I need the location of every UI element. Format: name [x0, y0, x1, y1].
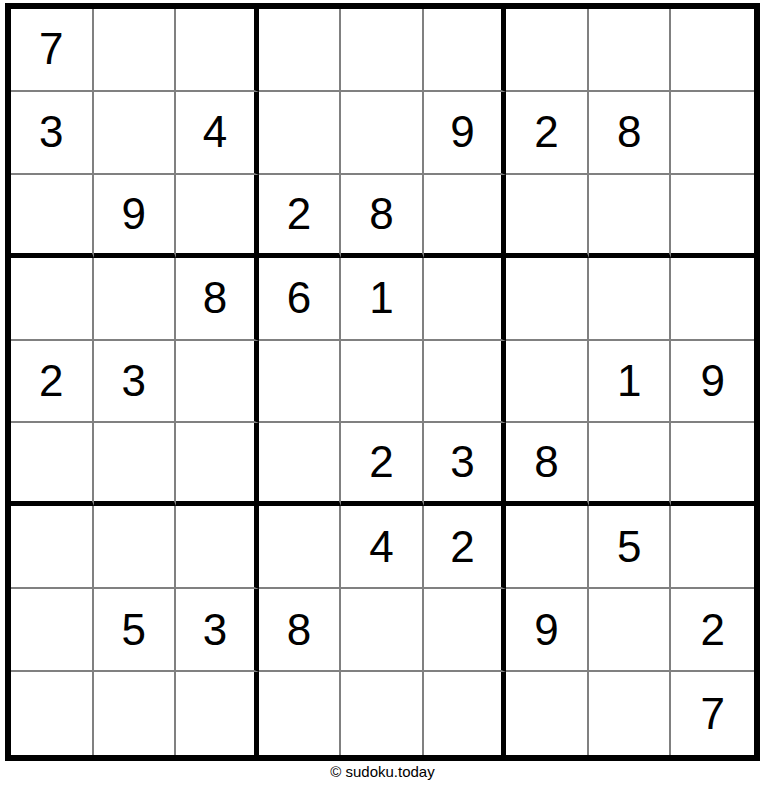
cell-r7c4[interactable]: [259, 506, 342, 589]
cell-r5c4[interactable]: [259, 341, 342, 424]
cell-r7c6[interactable]: 2: [424, 506, 507, 589]
cell-r8c5[interactable]: [341, 589, 424, 672]
given-digit: 5: [122, 608, 146, 652]
cell-r1c3[interactable]: [176, 9, 259, 92]
cell-r3c5[interactable]: 8: [341, 175, 424, 258]
cell-r4c7[interactable]: [506, 258, 589, 341]
given-digit: 3: [450, 440, 474, 484]
cell-r9c3[interactable]: [176, 672, 259, 755]
cell-r8c3[interactable]: 3: [176, 589, 259, 672]
sudoku-board: 7349289288612319238425538927: [5, 3, 760, 761]
cell-r1c8[interactable]: [589, 9, 672, 92]
cell-r5c5[interactable]: [341, 341, 424, 424]
cell-r1c7[interactable]: [506, 9, 589, 92]
cell-r4c3[interactable]: 8: [176, 258, 259, 341]
cell-r7c5[interactable]: 4: [341, 506, 424, 589]
cell-r7c3[interactable]: [176, 506, 259, 589]
cell-r3c1[interactable]: [11, 175, 94, 258]
given-digit: 4: [369, 525, 393, 569]
cell-r6c9[interactable]: [671, 423, 754, 506]
given-digit: 8: [617, 110, 641, 154]
cell-r4c9[interactable]: [671, 258, 754, 341]
cell-r9c9[interactable]: 7: [671, 672, 754, 755]
cell-r9c8[interactable]: [589, 672, 672, 755]
cell-r7c7[interactable]: [506, 506, 589, 589]
given-digit: 4: [203, 110, 227, 154]
cell-r3c3[interactable]: [176, 175, 259, 258]
cell-r2c1[interactable]: 3: [11, 92, 94, 175]
given-digit: 7: [700, 692, 724, 736]
cell-r4c2[interactable]: [94, 258, 177, 341]
given-digit: 1: [617, 359, 641, 403]
cell-r5c3[interactable]: [176, 341, 259, 424]
cell-r1c1[interactable]: 7: [11, 9, 94, 92]
cell-r2c4[interactable]: [259, 92, 342, 175]
cell-r9c5[interactable]: [341, 672, 424, 755]
cell-r5c2[interactable]: 3: [94, 341, 177, 424]
cell-r9c2[interactable]: [94, 672, 177, 755]
given-digit: 2: [700, 608, 724, 652]
cell-r6c3[interactable]: [176, 423, 259, 506]
cell-r4c8[interactable]: [589, 258, 672, 341]
cell-r8c2[interactable]: 5: [94, 589, 177, 672]
given-digit: 2: [450, 525, 474, 569]
given-digit: 3: [122, 359, 146, 403]
given-digit: 8: [203, 276, 227, 320]
given-digit: 7: [39, 27, 63, 71]
cell-r1c4[interactable]: [259, 9, 342, 92]
cell-r8c4[interactable]: 8: [259, 589, 342, 672]
cell-r1c2[interactable]: [94, 9, 177, 92]
given-digit: 1: [369, 276, 393, 320]
cell-r9c1[interactable]: [11, 672, 94, 755]
cell-r5c7[interactable]: [506, 341, 589, 424]
cell-r6c4[interactable]: [259, 423, 342, 506]
given-digit: 2: [369, 440, 393, 484]
given-digit: 6: [287, 276, 311, 320]
cell-r2c9[interactable]: [671, 92, 754, 175]
cell-r5c8[interactable]: 1: [589, 341, 672, 424]
cell-r2c5[interactable]: [341, 92, 424, 175]
cell-r8c7[interactable]: 9: [506, 589, 589, 672]
cell-r8c1[interactable]: [11, 589, 94, 672]
given-digit: 9: [534, 608, 558, 652]
given-digit: 9: [122, 192, 146, 236]
cell-r2c3[interactable]: 4: [176, 92, 259, 175]
cell-r5c1[interactable]: 2: [11, 341, 94, 424]
given-digit: 2: [287, 192, 311, 236]
cell-r4c1[interactable]: [11, 258, 94, 341]
given-digit: 8: [287, 608, 311, 652]
cell-r8c9[interactable]: 2: [671, 589, 754, 672]
given-digit: 2: [39, 359, 63, 403]
given-digit: 2: [534, 110, 558, 154]
given-digit: 3: [203, 608, 227, 652]
cell-r5c9[interactable]: 9: [671, 341, 754, 424]
cell-r7c8[interactable]: 5: [589, 506, 672, 589]
given-digit: 8: [369, 192, 393, 236]
given-digit: 9: [450, 110, 474, 154]
cell-r8c6[interactable]: [424, 589, 507, 672]
cell-r1c6[interactable]: [424, 9, 507, 92]
cell-r3c8[interactable]: [589, 175, 672, 258]
cell-r2c6[interactable]: 9: [424, 92, 507, 175]
cell-r9c4[interactable]: [259, 672, 342, 755]
cell-r6c6[interactable]: 3: [424, 423, 507, 506]
sudoku-page: 7349289288612319238425538927 © sudoku.to…: [0, 0, 765, 785]
cell-r6c8[interactable]: [589, 423, 672, 506]
given-digit: 5: [617, 525, 641, 569]
cell-r6c7[interactable]: 8: [506, 423, 589, 506]
cell-r3c4[interactable]: 2: [259, 175, 342, 258]
cell-r6c1[interactable]: [11, 423, 94, 506]
cell-r6c2[interactable]: [94, 423, 177, 506]
given-digit: 8: [534, 440, 558, 484]
cell-r4c6[interactable]: [424, 258, 507, 341]
given-digit: 3: [39, 110, 63, 154]
cell-r1c9[interactable]: [671, 9, 754, 92]
cell-r3c9[interactable]: [671, 175, 754, 258]
cell-r5c6[interactable]: [424, 341, 507, 424]
cell-r8c8[interactable]: [589, 589, 672, 672]
cell-r3c2[interactable]: 9: [94, 175, 177, 258]
cell-r7c2[interactable]: [94, 506, 177, 589]
cell-r9c7[interactable]: [506, 672, 589, 755]
cell-r1c5[interactable]: [341, 9, 424, 92]
cell-r2c8[interactable]: 8: [589, 92, 672, 175]
given-digit: 9: [700, 359, 724, 403]
credit-text: © sudoku.today: [0, 763, 765, 780]
cell-r3c6[interactable]: [424, 175, 507, 258]
cell-r7c9[interactable]: [671, 506, 754, 589]
cell-r4c5[interactable]: 1: [341, 258, 424, 341]
cell-r6c5[interactable]: 2: [341, 423, 424, 506]
cell-r2c7[interactable]: 2: [506, 92, 589, 175]
cell-r9c6[interactable]: [424, 672, 507, 755]
cell-r7c1[interactable]: [11, 506, 94, 589]
cell-r2c2[interactable]: [94, 92, 177, 175]
cell-r3c7[interactable]: [506, 175, 589, 258]
cell-r4c4[interactable]: 6: [259, 258, 342, 341]
